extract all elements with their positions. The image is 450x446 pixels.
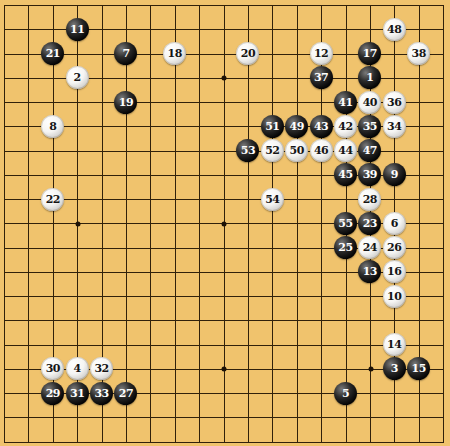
stone-white-44[interactable]: 44 — [334, 139, 357, 162]
stone-black-23[interactable]: 23 — [358, 212, 381, 235]
stone-white-22[interactable]: 22 — [41, 188, 64, 211]
stone-black-11[interactable]: 11 — [66, 18, 89, 41]
stone-white-50[interactable]: 50 — [285, 139, 308, 162]
stone-black-5[interactable]: 5 — [334, 382, 357, 405]
stone-white-12[interactable]: 12 — [310, 42, 333, 65]
stone-black-45[interactable]: 45 — [334, 163, 357, 186]
stone-white-48[interactable]: 48 — [383, 18, 406, 41]
stone-black-33[interactable]: 33 — [90, 382, 113, 405]
stone-white-14[interactable]: 14 — [383, 333, 406, 356]
stone-black-41[interactable]: 41 — [334, 91, 357, 114]
stone-black-35[interactable]: 35 — [358, 115, 381, 138]
stone-black-47[interactable]: 47 — [358, 139, 381, 162]
stone-black-39[interactable]: 39 — [358, 163, 381, 186]
stone-black-37[interactable]: 37 — [310, 66, 333, 89]
stone-black-19[interactable]: 19 — [114, 91, 137, 114]
stone-black-43[interactable]: 43 — [310, 115, 333, 138]
stone-black-1[interactable]: 1 — [358, 66, 381, 89]
stone-white-34[interactable]: 34 — [383, 115, 406, 138]
stone-white-18[interactable]: 18 — [163, 42, 186, 65]
stone-white-20[interactable]: 20 — [236, 42, 259, 65]
stone-black-25[interactable]: 25 — [334, 236, 357, 259]
stone-white-30[interactable]: 30 — [41, 357, 64, 380]
stone-white-10[interactable]: 10 — [383, 285, 406, 308]
stone-white-42[interactable]: 42 — [334, 115, 357, 138]
stone-white-46[interactable]: 46 — [310, 139, 333, 162]
stone-black-49[interactable]: 49 — [285, 115, 308, 138]
stone-black-21[interactable]: 21 — [41, 42, 64, 65]
stone-black-13[interactable]: 13 — [358, 260, 381, 283]
stone-white-8[interactable]: 8 — [41, 115, 64, 138]
stone-black-29[interactable]: 29 — [41, 382, 64, 405]
stone-white-40[interactable]: 40 — [358, 91, 381, 114]
stone-white-28[interactable]: 28 — [358, 188, 381, 211]
stone-black-3[interactable]: 3 — [383, 357, 406, 380]
stone-white-24[interactable]: 24 — [358, 236, 381, 259]
stone-white-26[interactable]: 26 — [383, 236, 406, 259]
stone-black-15[interactable]: 15 — [407, 357, 430, 380]
stone-white-52[interactable]: 52 — [261, 139, 284, 162]
stone-black-51[interactable]: 51 — [261, 115, 284, 138]
go-board[interactable]: 1234567891011121314151617181920212223242… — [0, 0, 450, 446]
stone-black-17[interactable]: 17 — [358, 42, 381, 65]
stone-black-7[interactable]: 7 — [114, 42, 137, 65]
stone-black-55[interactable]: 55 — [334, 212, 357, 235]
stone-black-27[interactable]: 27 — [114, 382, 137, 405]
stones-grid: 1234567891011121314151617181920212223242… — [0, 0, 450, 446]
stone-white-32[interactable]: 32 — [90, 357, 113, 380]
stone-white-54[interactable]: 54 — [261, 188, 284, 211]
stone-black-31[interactable]: 31 — [66, 382, 89, 405]
stone-white-38[interactable]: 38 — [407, 42, 430, 65]
stone-white-16[interactable]: 16 — [383, 260, 406, 283]
stone-white-6[interactable]: 6 — [383, 212, 406, 235]
stone-white-2[interactable]: 2 — [66, 66, 89, 89]
stone-black-53[interactable]: 53 — [236, 139, 259, 162]
stone-black-9[interactable]: 9 — [383, 163, 406, 186]
stone-white-36[interactable]: 36 — [383, 91, 406, 114]
stone-white-4[interactable]: 4 — [66, 357, 89, 380]
